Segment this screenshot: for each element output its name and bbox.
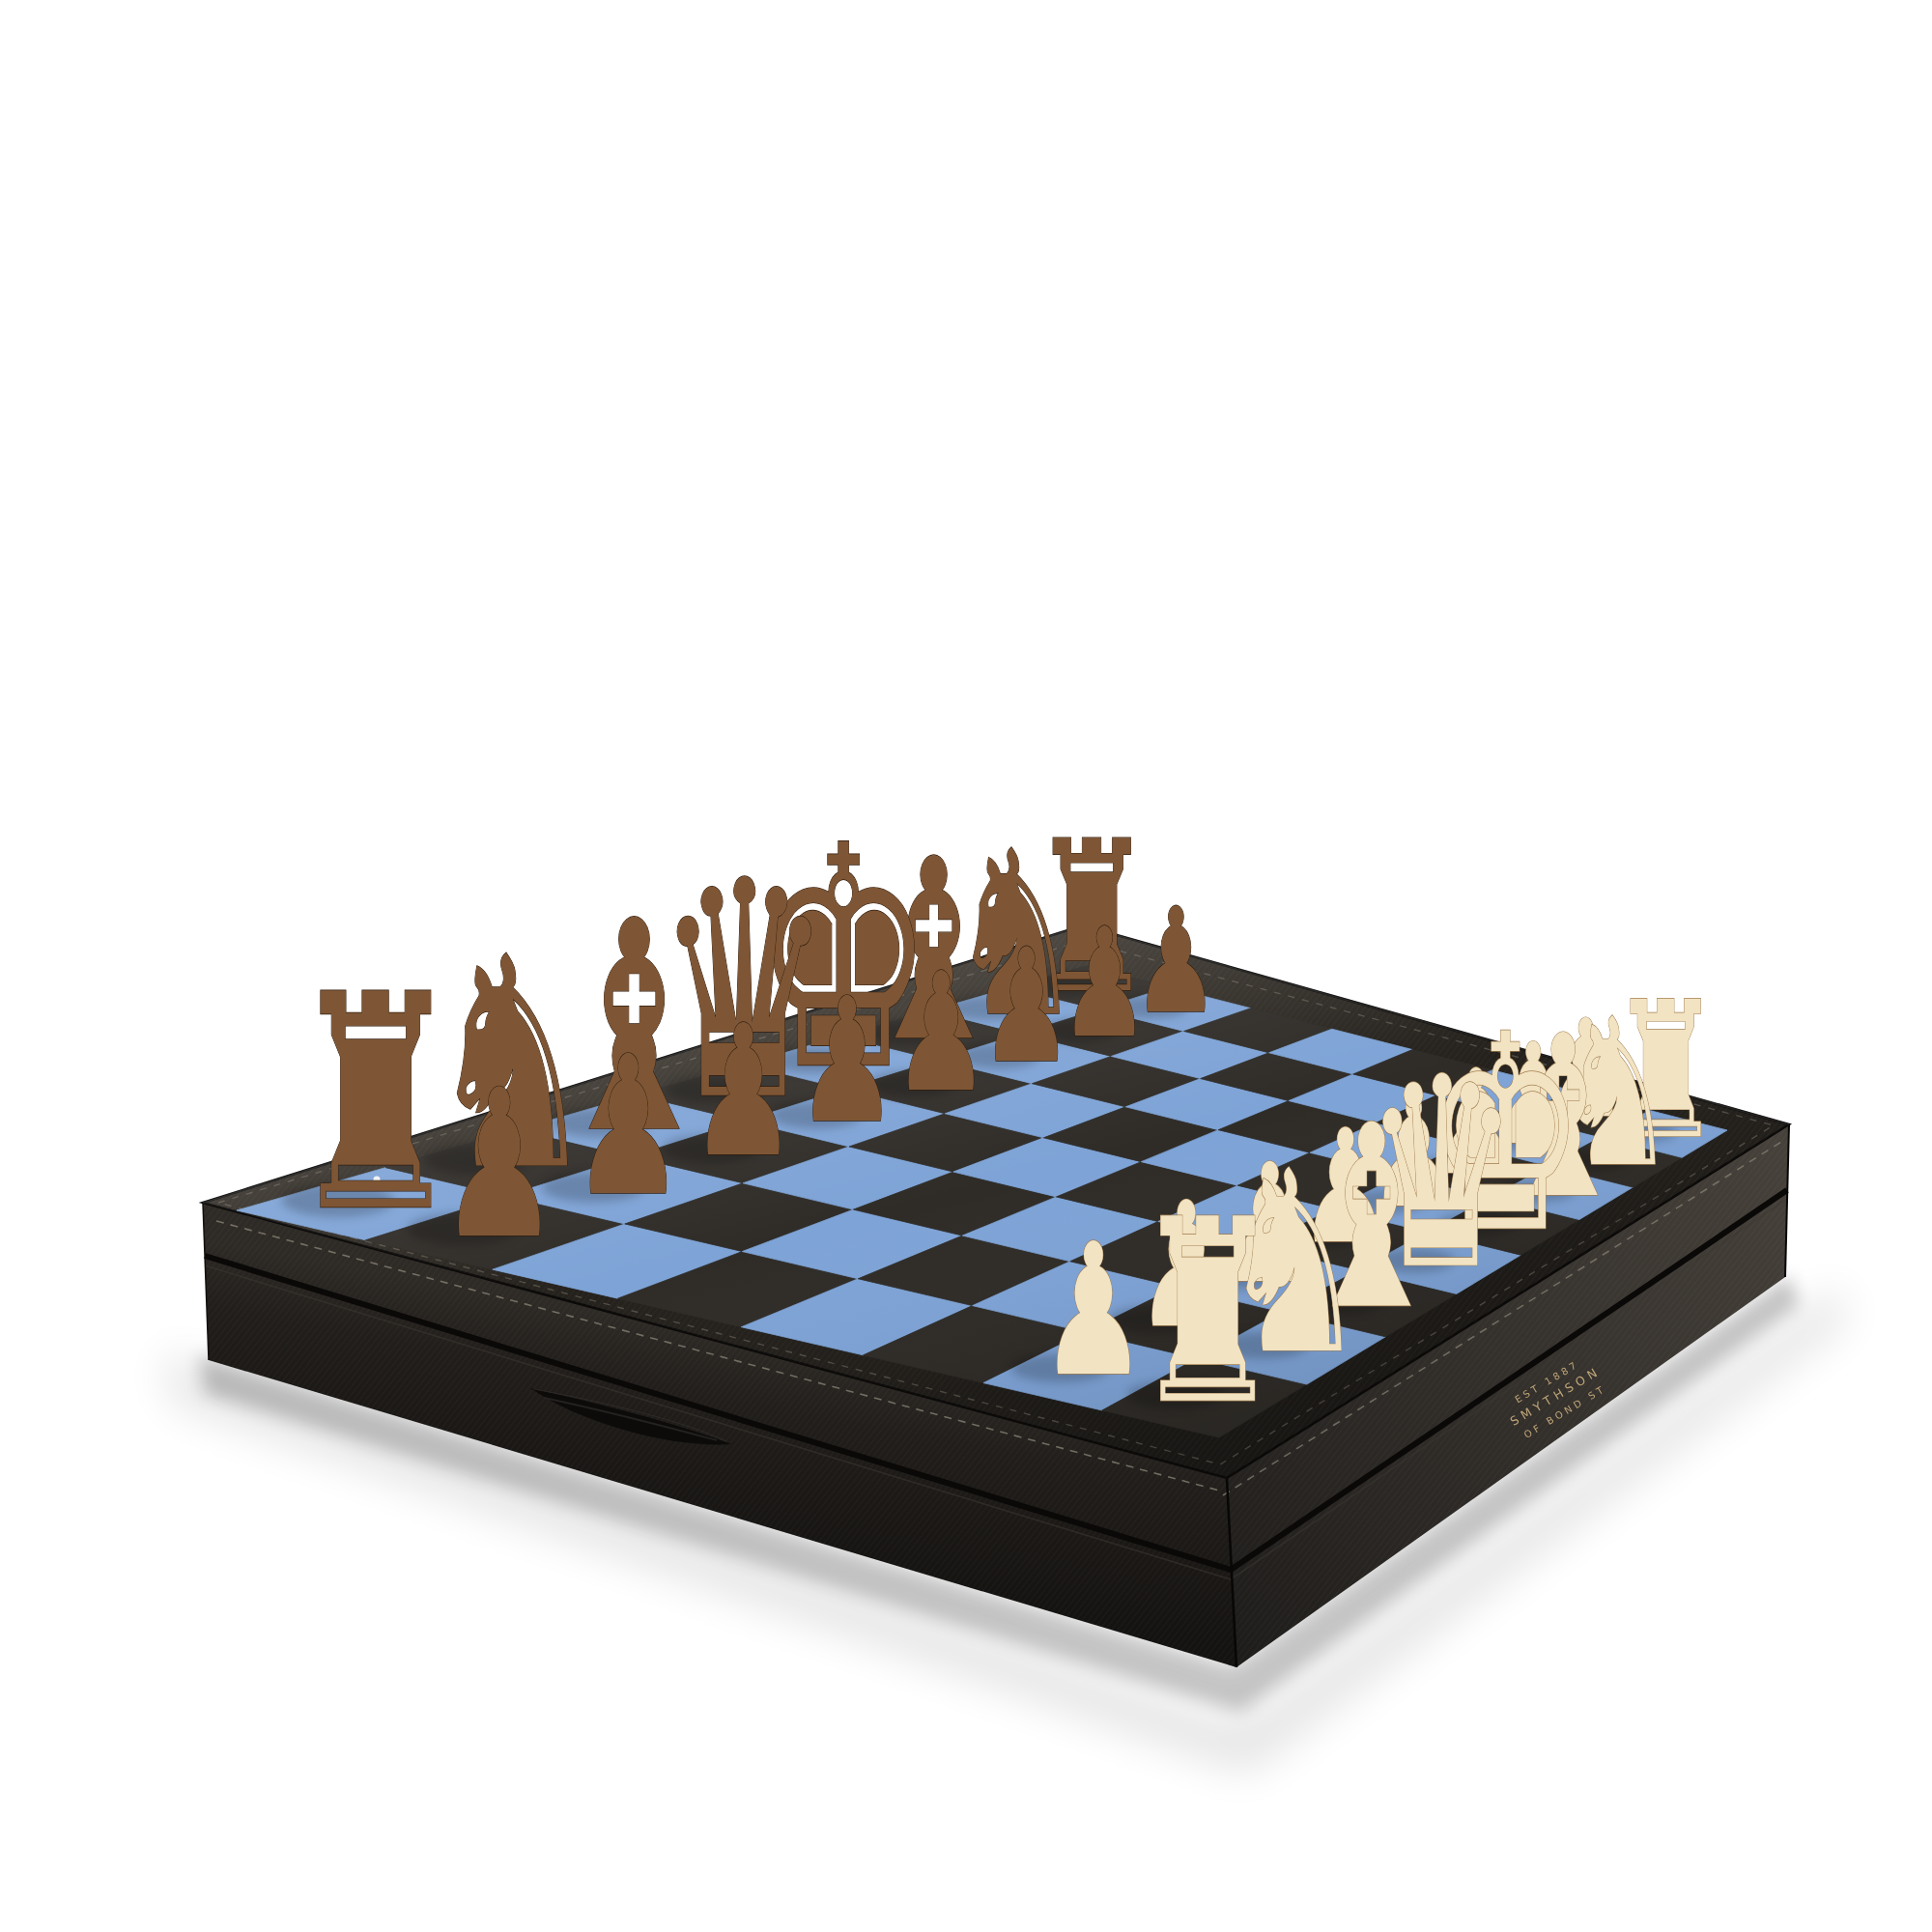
piece-black-pawn-e7[interactable]: ♟ bbox=[893, 936, 990, 1127]
piece-black-pawn-d7[interactable]: ♟ bbox=[796, 961, 897, 1162]
piece-black-rook-a8[interactable]: ♜ bbox=[288, 932, 464, 1276]
scene-svg: EST 1887SMYTHSONOF BOND ST♜♟♞♟♝♟♚♟♛♟♟♝♜♟… bbox=[0, 0, 1932, 1932]
piece-black-pawn-a7[interactable]: ♟ bbox=[439, 1046, 559, 1284]
piece-white-rook-a1[interactable]: ♜ bbox=[1133, 1165, 1283, 1460]
chess-set-product-photo: EST 1887SMYTHSONOF BOND ST♜♟♞♟♝♟♚♟♛♟♟♝♜♟… bbox=[0, 0, 1932, 1932]
piece-black-pawn-g7[interactable]: ♟ bbox=[1060, 895, 1149, 1070]
piece-white-pawn-a2[interactable]: ♟ bbox=[1039, 1204, 1148, 1417]
piece-black-pawn-b7[interactable]: ♟ bbox=[571, 1015, 685, 1238]
piece-black-pawn-c7[interactable]: ♟ bbox=[690, 986, 797, 1199]
piece-black-pawn-f7[interactable]: ♟ bbox=[980, 915, 1072, 1097]
